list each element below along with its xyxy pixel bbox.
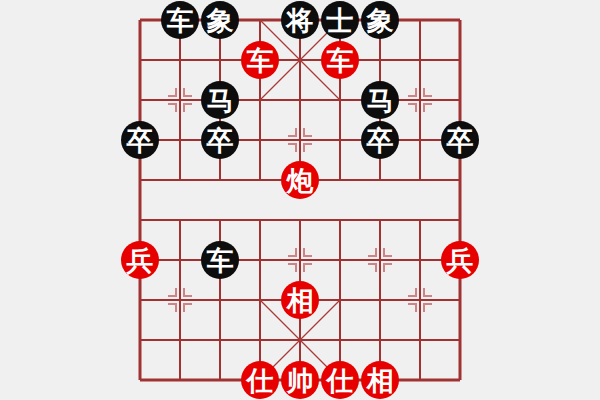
red-advisor[interactable]: 仕: [241, 361, 279, 399]
black-elephant[interactable]: 象: [201, 1, 239, 39]
intersection-c2-r8[interactable]: [160, 280, 200, 320]
intersection-c7-r1[interactable]: 象: [360, 0, 400, 40]
intersection-c9-r5[interactable]: [440, 160, 480, 200]
intersection-c1-r5[interactable]: [120, 160, 160, 200]
intersection-c2-r5[interactable]: [160, 160, 200, 200]
intersection-c9-r6[interactable]: [440, 200, 480, 240]
black-horse[interactable]: 马: [201, 81, 239, 119]
intersection-c9-r3[interactable]: [440, 80, 480, 120]
black-pawn[interactable]: 卒: [201, 121, 239, 159]
intersection-c6-r7[interactable]: [320, 240, 360, 280]
intersection-c2-r4[interactable]: [160, 120, 200, 160]
intersection-c9-r2[interactable]: [440, 40, 480, 80]
intersection-c9-r1[interactable]: [440, 0, 480, 40]
intersection-c2-r7[interactable]: [160, 240, 200, 280]
intersection-c6-r8[interactable]: [320, 280, 360, 320]
intersection-c4-r7[interactable]: [240, 240, 280, 280]
intersection-c3-r2[interactable]: [200, 40, 240, 80]
black-horse[interactable]: 马: [361, 81, 399, 119]
intersection-c4-r5[interactable]: [240, 160, 280, 200]
red-elephant[interactable]: 相: [281, 281, 319, 319]
intersection-c6-r3[interactable]: [320, 80, 360, 120]
intersection-c3-r6[interactable]: [200, 200, 240, 240]
intersection-c7-r3[interactable]: 马: [360, 80, 400, 120]
intersection-c5-r3[interactable]: [280, 80, 320, 120]
intersection-c4-r10[interactable]: 仕: [240, 360, 280, 400]
black-general[interactable]: 将: [281, 1, 319, 39]
black-pawn[interactable]: 卒: [441, 121, 479, 159]
intersection-c2-r10[interactable]: [160, 360, 200, 400]
intersection-c6-r1[interactable]: 士: [320, 0, 360, 40]
red-advisor[interactable]: 仕: [321, 361, 359, 399]
intersection-c1-r10[interactable]: [120, 360, 160, 400]
intersection-c1-r9[interactable]: [120, 320, 160, 360]
intersection-c3-r10[interactable]: [200, 360, 240, 400]
intersection-c6-r6[interactable]: [320, 200, 360, 240]
intersection-c9-r7[interactable]: 兵: [440, 240, 480, 280]
intersection-c5-r4[interactable]: [280, 120, 320, 160]
black-pawn[interactable]: 卒: [121, 121, 159, 159]
intersection-c6-r2[interactable]: 车: [320, 40, 360, 80]
black-chariot[interactable]: 车: [201, 241, 239, 279]
black-pawn[interactable]: 卒: [361, 121, 399, 159]
black-elephant[interactable]: 象: [361, 1, 399, 39]
black-advisor[interactable]: 士: [321, 1, 359, 39]
intersection-c2-r6[interactable]: [160, 200, 200, 240]
intersection-c7-r4[interactable]: 卒: [360, 120, 400, 160]
intersection-c4-r4[interactable]: [240, 120, 280, 160]
intersection-c4-r2[interactable]: 车: [240, 40, 280, 80]
intersection-c1-r8[interactable]: [120, 280, 160, 320]
black-chariot[interactable]: 车: [161, 1, 199, 39]
red-elephant[interactable]: 相: [361, 361, 399, 399]
intersection-c9-r10[interactable]: [440, 360, 480, 400]
intersection-c9-r9[interactable]: [440, 320, 480, 360]
intersection-c6-r9[interactable]: [320, 320, 360, 360]
intersection-c7-r10[interactable]: 相: [360, 360, 400, 400]
intersection-c5-r6[interactable]: [280, 200, 320, 240]
intersection-c8-r5[interactable]: [400, 160, 440, 200]
intersection-c7-r7[interactable]: [360, 240, 400, 280]
intersection-c5-r5[interactable]: 炮: [280, 160, 320, 200]
intersection-c3-r1[interactable]: 象: [200, 0, 240, 40]
intersection-c5-r1[interactable]: 将: [280, 0, 320, 40]
intersection-c2-r2[interactable]: [160, 40, 200, 80]
intersection-c1-r2[interactable]: [120, 40, 160, 80]
intersection-c5-r7[interactable]: [280, 240, 320, 280]
intersection-c8-r7[interactable]: [400, 240, 440, 280]
intersection-c1-r3[interactable]: [120, 80, 160, 120]
intersection-c1-r1[interactable]: [120, 0, 160, 40]
intersection-c3-r4[interactable]: 卒: [200, 120, 240, 160]
xiangqi-board: 车象将士象车车马马卒卒卒卒炮兵车兵相仕帅仕相: [120, 0, 480, 400]
intersection-c1-r4[interactable]: 卒: [120, 120, 160, 160]
xiangqi-app: 车象将士象车车马马卒卒卒卒炮兵车兵相仕帅仕相: [0, 0, 600, 400]
red-chariot[interactable]: 车: [321, 41, 359, 79]
intersection-c3-r8[interactable]: [200, 280, 240, 320]
intersection-c1-r7[interactable]: 兵: [120, 240, 160, 280]
intersection-c9-r4[interactable]: 卒: [440, 120, 480, 160]
red-general[interactable]: 帅: [281, 361, 319, 399]
intersection-c5-r9[interactable]: [280, 320, 320, 360]
intersection-c8-r6[interactable]: [400, 200, 440, 240]
intersection-c4-r8[interactable]: [240, 280, 280, 320]
intersection-c8-r4[interactable]: [400, 120, 440, 160]
intersection-c6-r4[interactable]: [320, 120, 360, 160]
intersection-c2-r3[interactable]: [160, 80, 200, 120]
red-chariot[interactable]: 车: [241, 41, 279, 79]
intersection-c7-r6[interactable]: [360, 200, 400, 240]
intersection-c6-r5[interactable]: [320, 160, 360, 200]
intersection-c5-r8[interactable]: 相: [280, 280, 320, 320]
intersection-c2-r9[interactable]: [160, 320, 200, 360]
intersection-c8-r9[interactable]: [400, 320, 440, 360]
intersection-c3-r5[interactable]: [200, 160, 240, 200]
intersection-c4-r6[interactable]: [240, 200, 280, 240]
intersection-c7-r2[interactable]: [360, 40, 400, 80]
red-cannon[interactable]: 炮: [281, 161, 319, 199]
intersection-c6-r10[interactable]: 仕: [320, 360, 360, 400]
intersection-c7-r9[interactable]: [360, 320, 400, 360]
red-pawn[interactable]: 兵: [121, 241, 159, 279]
red-pawn[interactable]: 兵: [441, 241, 479, 279]
intersection-c3-r7[interactable]: 车: [200, 240, 240, 280]
intersection-c5-r2[interactable]: [280, 40, 320, 80]
intersection-c2-r1[interactable]: 车: [160, 0, 200, 40]
intersection-c7-r5[interactable]: [360, 160, 400, 200]
intersection-c4-r1[interactable]: [240, 0, 280, 40]
intersection-c3-r9[interactable]: [200, 320, 240, 360]
intersection-c8-r8[interactable]: [400, 280, 440, 320]
intersection-c4-r3[interactable]: [240, 80, 280, 120]
intersection-c4-r9[interactable]: [240, 320, 280, 360]
intersection-c3-r3[interactable]: 马: [200, 80, 240, 120]
intersection-c8-r2[interactable]: [400, 40, 440, 80]
intersection-c8-r3[interactable]: [400, 80, 440, 120]
intersection-c5-r10[interactable]: 帅: [280, 360, 320, 400]
intersection-c8-r10[interactable]: [400, 360, 440, 400]
intersection-c1-r6[interactable]: [120, 200, 160, 240]
intersection-c9-r8[interactable]: [440, 280, 480, 320]
intersection-c7-r8[interactable]: [360, 280, 400, 320]
intersection-c8-r1[interactable]: [400, 0, 440, 40]
